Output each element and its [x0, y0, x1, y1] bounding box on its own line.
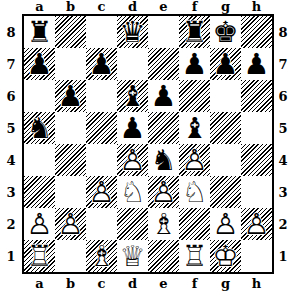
file-label-h: h [241, 0, 272, 14]
square-e5[interactable] [148, 112, 179, 144]
square-g5[interactable] [210, 112, 241, 144]
square-h8[interactable] [241, 16, 272, 48]
black-pawn[interactable]: ♟ [86, 48, 117, 80]
rank-label-4: 4 [0, 144, 22, 176]
white-pawn[interactable]: ♟♙ [55, 208, 86, 240]
square-g6[interactable] [210, 80, 241, 112]
white-piece-outline: ♘ [182, 178, 208, 207]
file-label-f: f [179, 277, 210, 295]
white-bishop[interactable]: ♝♗ [148, 208, 179, 240]
square-g7[interactable]: ♟ [210, 48, 241, 80]
square-e2[interactable]: ♝♗ [148, 208, 179, 240]
white-piece-outline: ♕ [120, 242, 146, 271]
square-b8[interactable] [55, 16, 86, 48]
square-d4[interactable]: ♟♙ [117, 144, 148, 176]
square-f6[interactable] [179, 80, 210, 112]
square-d5[interactable]: ♟ [117, 112, 148, 144]
square-c1[interactable]: ♝♗ [86, 240, 117, 272]
square-b4[interactable] [55, 144, 86, 176]
file-label-g: g [210, 277, 241, 295]
square-b3[interactable] [55, 176, 86, 208]
square-a8[interactable]: ♜ [24, 16, 55, 48]
file-label-d: d [117, 0, 148, 14]
square-g4[interactable] [210, 144, 241, 176]
square-d1[interactable]: ♛♕ [117, 240, 148, 272]
file-label-a: a [24, 277, 55, 295]
square-c2[interactable] [86, 208, 117, 240]
white-piece-outline: ♖ [27, 242, 53, 271]
white-knight[interactable]: ♞♘ [179, 176, 210, 208]
rank-label-4: 4 [274, 144, 292, 176]
square-a1[interactable]: ♜♖ [24, 240, 55, 272]
white-king[interactable]: ♚♔ [210, 240, 241, 272]
square-f8[interactable]: ♜ [179, 16, 210, 48]
file-label-d: d [117, 277, 148, 295]
rank-label-1: 1 [274, 240, 292, 272]
white-piece-outline: ♙ [58, 210, 84, 239]
black-rook[interactable]: ♜ [179, 16, 210, 48]
square-h2[interactable]: ♟♙ [241, 208, 272, 240]
square-d6[interactable]: ♝ [117, 80, 148, 112]
rank-label-3: 3 [0, 176, 22, 208]
square-h6[interactable] [241, 80, 272, 112]
square-c8[interactable] [86, 16, 117, 48]
square-g1[interactable]: ♚♔ [210, 240, 241, 272]
square-g2[interactable]: ♟♙ [210, 208, 241, 240]
rank-label-1: 1 [0, 240, 22, 272]
black-bishop[interactable]: ♝ [179, 112, 210, 144]
square-a7[interactable]: ♟ [24, 48, 55, 80]
black-knight[interactable]: ♞ [148, 144, 179, 176]
white-pawn[interactable]: ♟♙ [24, 208, 55, 240]
square-c7[interactable]: ♟ [86, 48, 117, 80]
white-rook[interactable]: ♜♖ [24, 240, 55, 272]
square-g8[interactable]: ♚ [210, 16, 241, 48]
square-b6[interactable]: ♟ [55, 80, 86, 112]
file-label-b: b [55, 277, 86, 295]
square-e4[interactable]: ♞ [148, 144, 179, 176]
white-piece-outline: ♙ [182, 146, 208, 175]
white-piece-outline: ♗ [151, 210, 177, 239]
white-knight[interactable]: ♞♘ [117, 176, 148, 208]
square-e1[interactable] [148, 240, 179, 272]
square-b2[interactable]: ♟♙ [55, 208, 86, 240]
white-pawn[interactable]: ♟♙ [210, 208, 241, 240]
square-e6[interactable]: ♟ [148, 80, 179, 112]
black-queen[interactable]: ♛ [117, 16, 148, 48]
square-h5[interactable] [241, 112, 272, 144]
file-label-b: b [55, 0, 86, 14]
rank-label-8: 8 [274, 16, 292, 48]
square-a4[interactable] [24, 144, 55, 176]
square-b7[interactable] [55, 48, 86, 80]
square-c5[interactable] [86, 112, 117, 144]
square-b5[interactable] [55, 112, 86, 144]
white-pawn[interactable]: ♟♙ [241, 208, 272, 240]
rank-label-3: 3 [274, 176, 292, 208]
square-c4[interactable] [86, 144, 117, 176]
square-f2[interactable] [179, 208, 210, 240]
square-c3[interactable]: ♟♙ [86, 176, 117, 208]
file-label-c: c [86, 277, 117, 295]
white-piece-outline: ♔ [213, 242, 239, 271]
square-c6[interactable] [86, 80, 117, 112]
square-d2[interactable] [117, 208, 148, 240]
square-a6[interactable] [24, 80, 55, 112]
white-pawn[interactable]: ♟♙ [148, 176, 179, 208]
rank-label-7: 7 [274, 48, 292, 80]
square-f3[interactable]: ♞♘ [179, 176, 210, 208]
square-e7[interactable] [148, 48, 179, 80]
square-g3[interactable] [210, 176, 241, 208]
square-e8[interactable] [148, 16, 179, 48]
white-piece-outline: ♙ [89, 178, 115, 207]
black-pawn[interactable]: ♟ [55, 80, 86, 112]
chess-diagram: abcdefgh 87654321 ♜♛♜♚♟♟♟♟♟♟♝♟♞♟♝♟♙♞♟♙♟♙… [0, 0, 292, 295]
black-bishop[interactable]: ♝ [117, 80, 148, 112]
square-a5[interactable]: ♞ [24, 112, 55, 144]
square-f1[interactable]: ♜♖ [179, 240, 210, 272]
file-labels-bottom: abcdefgh [24, 277, 272, 295]
rank-label-5: 5 [0, 112, 22, 144]
rank-label-7: 7 [0, 48, 22, 80]
square-d8[interactable]: ♛ [117, 16, 148, 48]
rank-labels-left: 87654321 [0, 16, 22, 272]
square-h1[interactable] [241, 240, 272, 272]
file-labels-top: abcdefgh [24, 0, 272, 14]
square-h3[interactable] [241, 176, 272, 208]
square-e3[interactable]: ♟♙ [148, 176, 179, 208]
white-rook[interactable]: ♜♖ [179, 240, 210, 272]
file-label-e: e [148, 277, 179, 295]
file-label-c: c [86, 0, 117, 14]
white-piece-outline: ♙ [27, 210, 53, 239]
black-pawn[interactable]: ♟ [117, 112, 148, 144]
file-label-f: f [179, 0, 210, 14]
white-piece-outline: ♗ [89, 242, 115, 271]
black-king[interactable]: ♚ [210, 16, 241, 48]
square-b1[interactable] [55, 240, 86, 272]
square-d3[interactable]: ♞♘ [117, 176, 148, 208]
rank-label-2: 2 [274, 208, 292, 240]
black-pawn[interactable]: ♟ [24, 48, 55, 80]
black-pawn[interactable]: ♟ [210, 48, 241, 80]
white-piece-outline: ♖ [182, 242, 208, 271]
rank-label-6: 6 [0, 80, 22, 112]
white-piece-outline: ♙ [151, 178, 177, 207]
file-label-e: e [148, 0, 179, 14]
square-a3[interactable] [24, 176, 55, 208]
square-f5[interactable]: ♝ [179, 112, 210, 144]
white-queen[interactable]: ♛♕ [117, 240, 148, 272]
white-piece-outline: ♙ [120, 146, 146, 175]
white-pawn[interactable]: ♟♙ [86, 176, 117, 208]
rank-labels-right: 87654321 [274, 16, 292, 272]
black-rook[interactable]: ♜ [24, 16, 55, 48]
file-label-g: g [210, 0, 241, 14]
square-h4[interactable] [241, 144, 272, 176]
white-piece-outline: ♙ [244, 210, 270, 239]
square-a2[interactable]: ♟♙ [24, 208, 55, 240]
black-pawn[interactable]: ♟ [148, 80, 179, 112]
square-f4[interactable]: ♟♙ [179, 144, 210, 176]
chess-board: ♜♛♜♚♟♟♟♟♟♟♝♟♞♟♝♟♙♞♟♙♟♙♞♘♟♙♞♘♟♙♟♙♝♗♟♙♟♙♜♖… [22, 14, 274, 274]
rank-label-6: 6 [274, 80, 292, 112]
black-knight[interactable]: ♞ [24, 112, 55, 144]
rank-label-2: 2 [0, 208, 22, 240]
rank-label-5: 5 [274, 112, 292, 144]
file-label-a: a [24, 0, 55, 14]
white-bishop[interactable]: ♝♗ [86, 240, 117, 272]
square-d7[interactable] [117, 48, 148, 80]
white-pawn[interactable]: ♟♙ [117, 144, 148, 176]
file-label-h: h [241, 277, 272, 295]
white-piece-outline: ♘ [120, 178, 146, 207]
black-pawn[interactable]: ♟ [241, 48, 272, 80]
white-piece-outline: ♙ [213, 210, 239, 239]
square-f7[interactable]: ♟ [179, 48, 210, 80]
rank-label-8: 8 [0, 16, 22, 48]
black-pawn[interactable]: ♟ [179, 48, 210, 80]
square-h7[interactable]: ♟ [241, 48, 272, 80]
white-pawn[interactable]: ♟♙ [179, 144, 210, 176]
